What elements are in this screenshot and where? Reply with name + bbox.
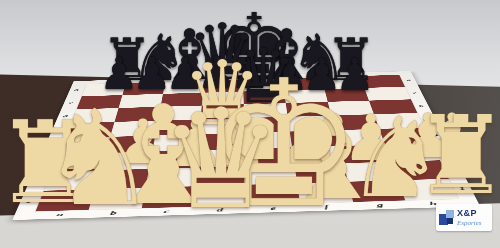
square-e7 [243,90,285,104]
board-rotation-wrap: 87654321 87654321 abcdefgh [0,0,500,248]
square-d3 [197,149,246,168]
square-h4 [379,128,431,145]
square-h7 [364,87,410,101]
chess-set-product-photo: 87654321 87654321 abcdefgh ♜♞♝♛♚♝♞♜♟♟♟♟♟… [0,0,500,248]
square-f2 [294,163,347,183]
file-label-f: f [300,203,355,211]
square-g5 [331,114,380,130]
chess-board: 87654321 87654321 abcdefgh [12,71,480,220]
file-label-b: b [86,209,141,217]
square-h5 [374,113,424,129]
logo-squares-icon [439,210,454,225]
square-f5 [287,116,334,132]
square-a3 [51,153,105,172]
file-label-g: g [353,201,408,209]
square-c4 [152,134,200,151]
square-b1 [88,188,145,210]
square-h1 [398,179,458,201]
square-c3 [149,150,199,169]
square-d5 [200,118,245,134]
square-a2 [44,170,100,190]
square-f7 [284,89,328,103]
square-a4 [58,137,109,154]
square-e3 [245,147,294,166]
square-c6 [158,106,202,121]
square-c7 [160,93,203,107]
logo-subtitle: Esportes [457,219,482,227]
square-h3 [385,143,440,161]
square-g7 [324,88,369,102]
square-e1 [246,183,299,205]
square-e4 [245,132,292,149]
square-g4 [335,129,386,146]
square-e5 [244,117,289,133]
square-g2 [343,162,398,182]
square-d7 [202,91,244,105]
square-a1 [36,189,95,211]
square-b2 [94,169,148,189]
square-b5 [110,121,158,137]
square-f1 [297,182,353,204]
square-f4 [290,130,339,147]
logo-title: X&P [457,208,482,218]
square-a6 [71,108,118,123]
square-c2 [145,167,197,187]
square-e6 [244,103,288,118]
square-d2 [196,166,247,186]
square-f3 [292,146,343,165]
file-label-e: e [247,204,301,212]
square-b4 [105,136,155,153]
file-label-c: c [140,207,194,215]
square-d1 [194,185,247,207]
square-g3 [339,145,392,164]
square-c1 [141,186,195,208]
square-e2 [246,165,297,185]
square-h2 [391,160,448,180]
file-label-d: d [194,206,248,214]
square-d6 [201,104,244,119]
square-h6 [369,99,417,114]
square-d4 [198,133,245,150]
square-c5 [155,119,201,135]
square-g6 [327,101,374,116]
square-b3 [100,152,152,171]
file-label-a: a [33,211,89,219]
watermark-logo: X&P Esportes [436,204,492,231]
square-f6 [286,102,331,117]
square-g1 [348,180,406,202]
square-b6 [114,107,160,122]
square-a5 [65,122,114,138]
board-grid [36,75,459,212]
